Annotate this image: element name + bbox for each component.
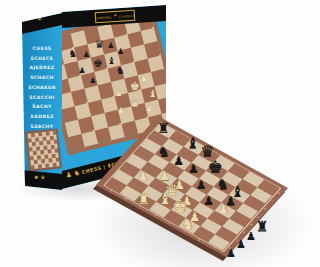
- file-label-b: b: [124, 198, 127, 201]
- piece-black-pawn-e5: ♟: [195, 179, 206, 191]
- piece-black-knight-b6: ♞: [157, 145, 170, 159]
- knight-silhouette-icon: ♞: [73, 170, 81, 178]
- file-label-e: e: [168, 222, 171, 225]
- pawn-silhouette-icon: ♟: [65, 172, 73, 180]
- piece-white-pawn-b3: ♟: [137, 170, 148, 182]
- captured-black-rook-1: ♜: [256, 219, 269, 233]
- artwork-white-pawn: ♟: [115, 90, 122, 98]
- box-spine-top-band: ✶: [22, 8, 62, 34]
- rank-label-4: 4: [249, 224, 252, 227]
- spine-language-list: CHESSÉCHECSAJEDREZSCHACHSCHAKENSCACCHIŠA…: [22, 44, 62, 131]
- artwork-black-pawn: ♟: [83, 51, 90, 59]
- spine-language-word-7: ŠACHY: [22, 102, 62, 112]
- piece-black-pawn-c6: ♟: [173, 155, 184, 167]
- piece-white-bishop-d2: ♝: [158, 191, 171, 206]
- artwork-black-bishop: ♝: [107, 56, 116, 66]
- rank-label-7: 7: [270, 200, 273, 203]
- file-label-g: g: [198, 239, 201, 242]
- captured-black-pawn-2: ♟: [246, 231, 256, 242]
- artwork-white-pawn: ♟: [117, 107, 124, 115]
- product-photo-scene: ✶ CHESSÉCHECSAJEDREZSCHACHSCHAKENSCACCHI…: [0, 0, 320, 267]
- piece-black-bishop-c8: ♝: [185, 136, 198, 151]
- spine-language-word-5: SCHAKEN: [22, 83, 62, 93]
- piece-black-rook-a8: ♜: [156, 121, 169, 135]
- box-spine: ✶ CHESSÉCHECSAJEDREZSCHACHSCHAKENSCACCHI…: [22, 8, 62, 190]
- file-label-a: a: [109, 190, 112, 193]
- rank-label-3: 3: [242, 231, 245, 234]
- artwork-black-king: ♚: [93, 58, 103, 69]
- piece-white-king-e2: ♚: [172, 198, 187, 215]
- spine-mini-chessboard: [25, 128, 62, 171]
- spine-language-word-8: XADREZ: [22, 112, 62, 122]
- artwork-black-pawn: ♟: [78, 67, 85, 75]
- spine-band-piece-icons: ♚♛: [34, 174, 47, 180]
- spine-language-word-2: ÉCHECS: [22, 54, 62, 64]
- brand-plaque: CARDINAL ✶ CLASSICS: [95, 10, 136, 23]
- spine-language-word-6: SCACCHI: [22, 93, 62, 103]
- eagle-emblem-icon: ✶: [37, 15, 42, 22]
- piece-black-pawn-d6: ♟: [188, 163, 199, 175]
- eagle-emblem-icon: ✶: [113, 14, 117, 19]
- captured-black-pawn-3: ♟: [236, 239, 246, 250]
- piece-black-king-e7: ♚: [207, 159, 222, 176]
- spine-language-word-3: AJEDREZ: [22, 63, 62, 73]
- piece-white-knight-f1: ♞: [181, 216, 194, 230]
- artwork-black-queen: ♛: [95, 39, 105, 50]
- brand-right-text: CLASSICS: [119, 13, 135, 18]
- artwork-white-pawn: ♟: [146, 105, 153, 113]
- piece-black-knight-f6: ♞: [216, 177, 229, 191]
- captured-black-pawn-4: ♟: [226, 248, 236, 259]
- piece-white-rook-c1: ♜: [137, 192, 150, 206]
- artwork-white-bishop: ♝: [148, 89, 157, 99]
- rank-label-8: 8: [277, 192, 280, 195]
- brand-left-text: CARDINAL: [95, 15, 112, 20]
- artwork-black-pawn: ♟: [107, 42, 114, 50]
- piece-black-pawn-f4: ♟: [203, 195, 214, 207]
- file-label-d: d: [153, 214, 156, 217]
- artwork-white-queen: ♛: [130, 98, 140, 109]
- artwork-black-pawn: ♟: [89, 77, 96, 85]
- piece-white-pawn-g4: ♟: [218, 203, 229, 215]
- artwork-black-pawn: ♟: [117, 48, 124, 56]
- artwork-white-king: ♚: [130, 81, 140, 92]
- spine-language-word-1: CHESS: [22, 44, 62, 54]
- rank-label-6: 6: [263, 208, 266, 211]
- artwork-white-pawn: ♟: [140, 75, 147, 83]
- file-label-h: h: [212, 247, 215, 250]
- spine-language-word-4: SCHACH: [22, 73, 62, 83]
- artwork-black-knight: ♞: [68, 49, 77, 59]
- artwork-black-knight: ♞: [116, 66, 125, 76]
